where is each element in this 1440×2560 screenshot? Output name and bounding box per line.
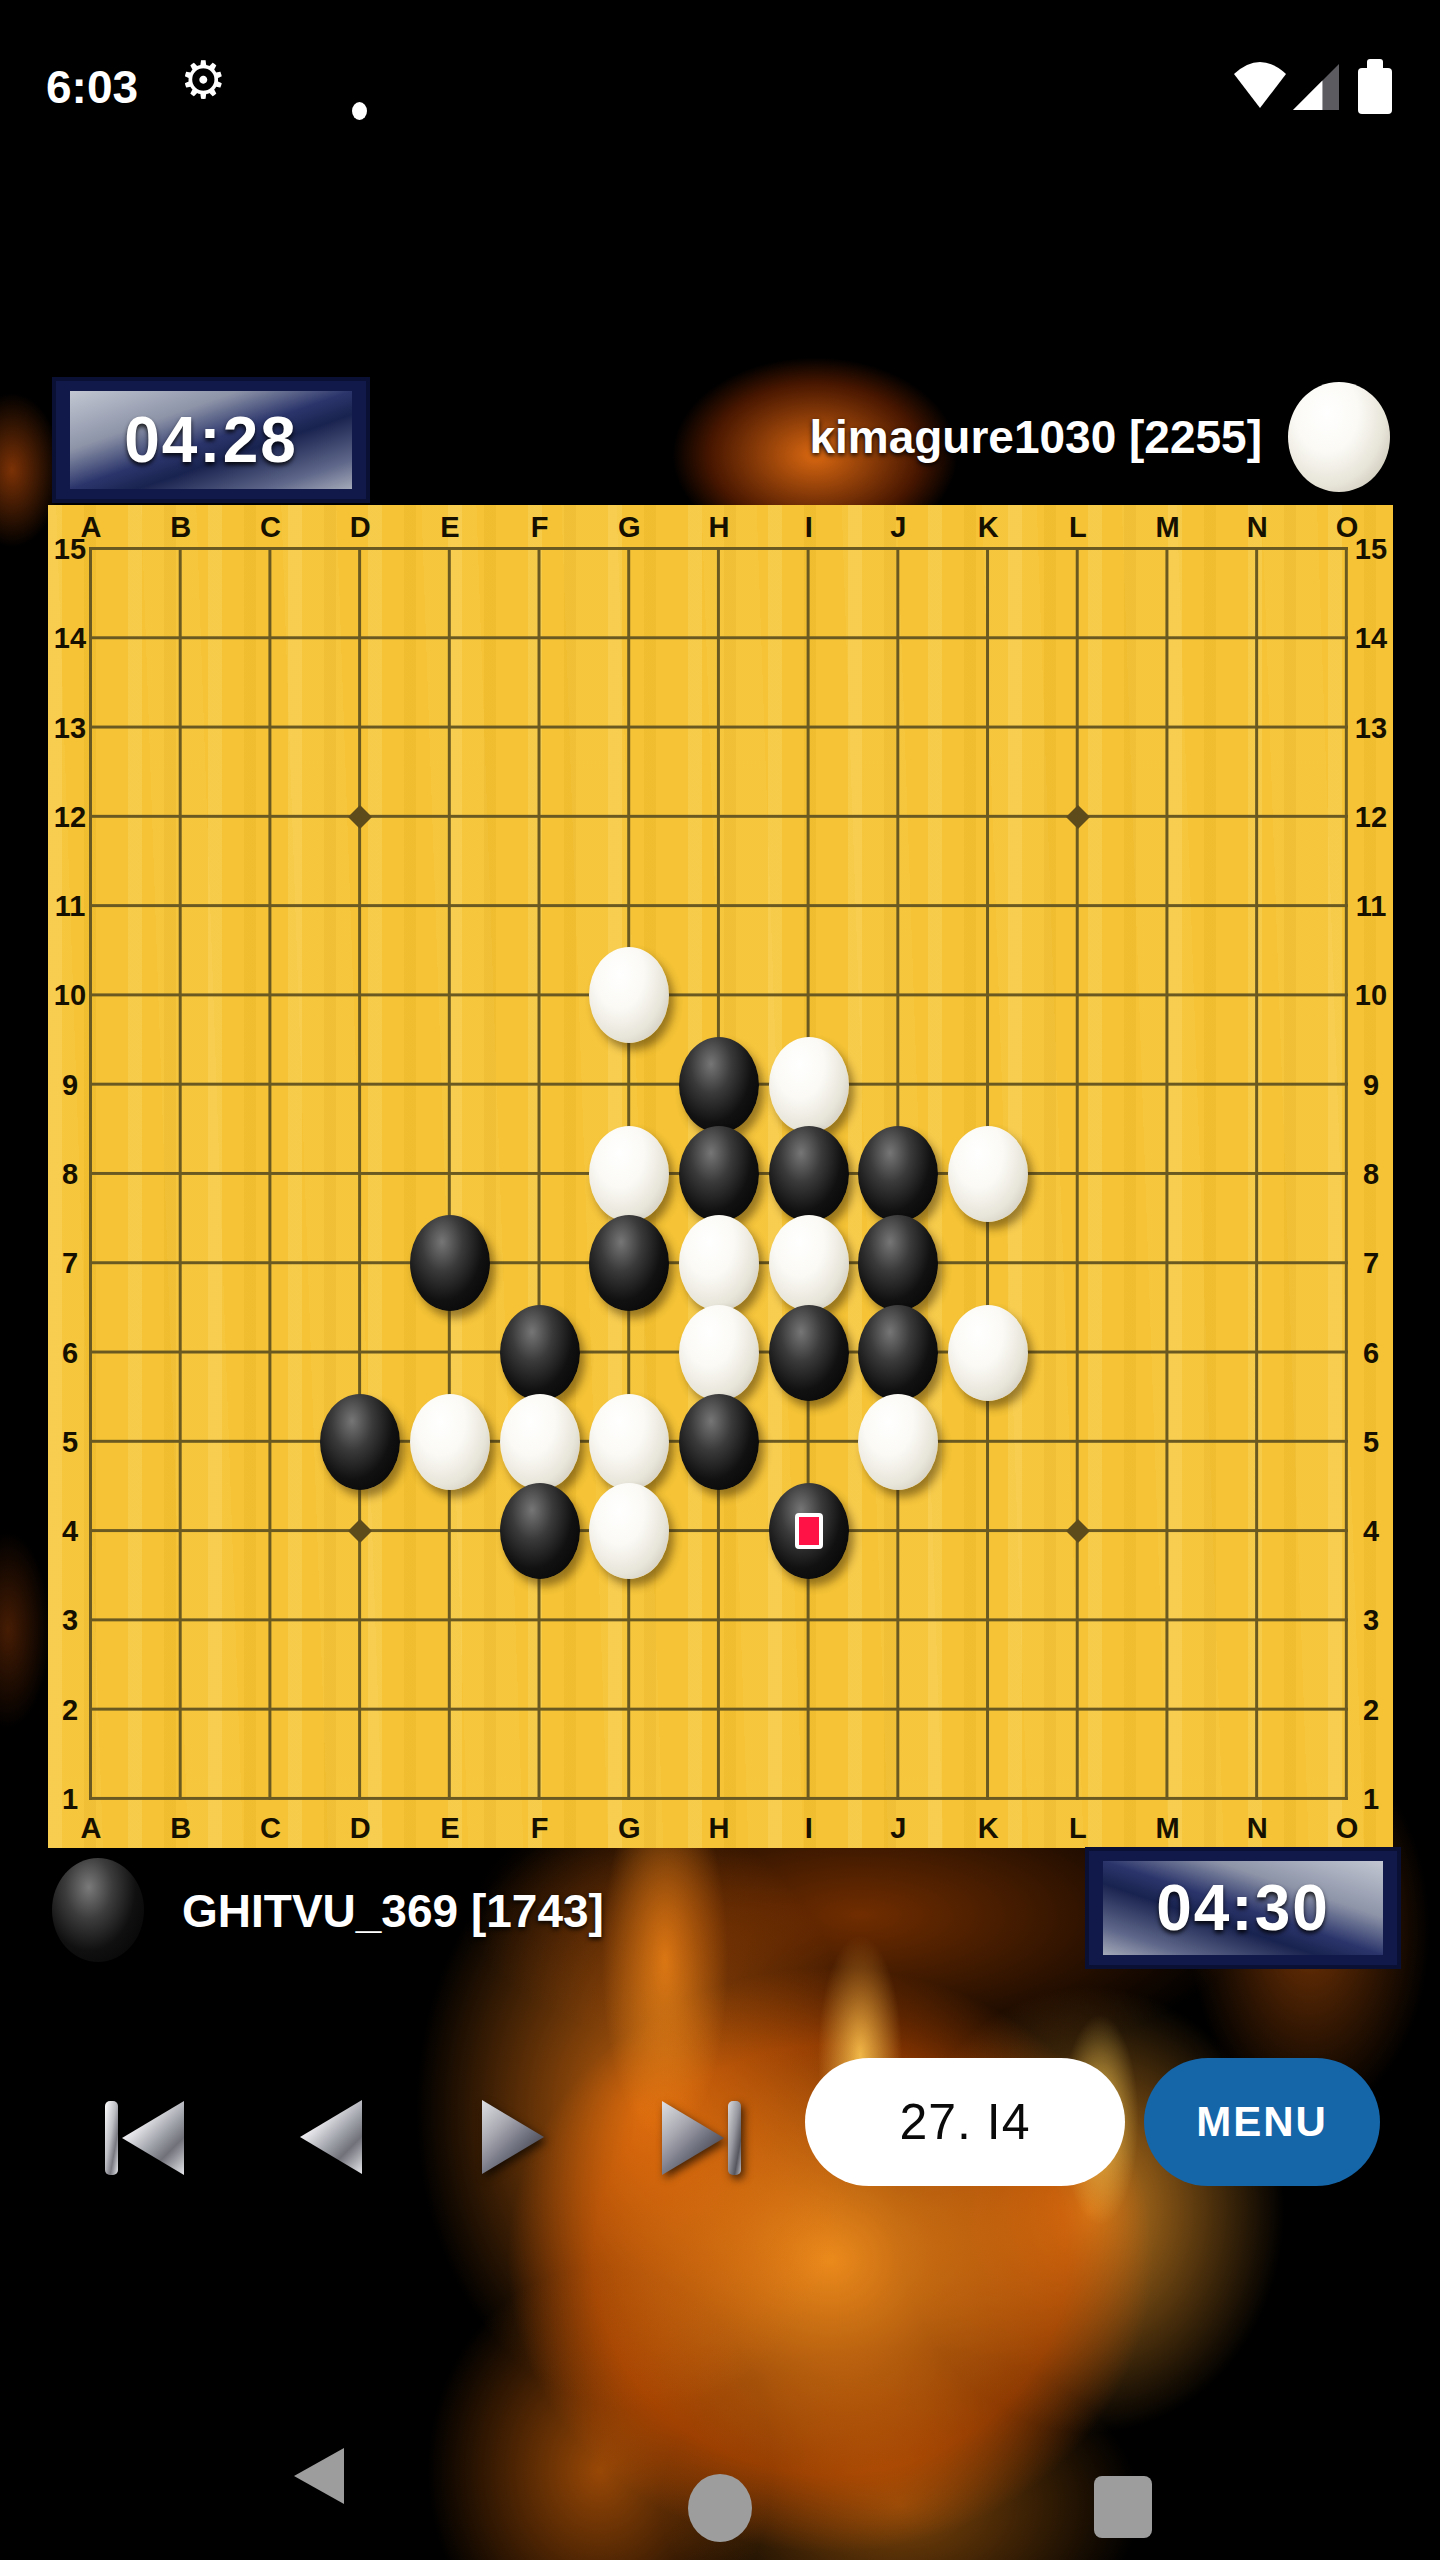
col-label-bottom-B: B [170,1812,191,1845]
col-label-bottom-N: N [1247,1812,1268,1845]
col-label-top-E: E [440,511,459,544]
white-stone-G4 [589,1483,669,1579]
wifi-icon [1231,58,1289,114]
col-label-top-L: L [1069,511,1087,544]
col-label-bottom-L: L [1069,1812,1087,1845]
row-label-left-13: 13 [54,711,86,744]
row-label-right-12: 12 [1355,800,1387,833]
white-stone-F5 [500,1394,580,1490]
status-time: 6:03 [46,60,138,114]
col-label-top-J: J [890,511,906,544]
black-stone-I6 [769,1305,849,1401]
first-move-button[interactable] [105,2100,184,2176]
col-label-top-H: H [709,511,730,544]
black-stone-H5 [679,1394,759,1490]
col-label-bottom-A: A [81,1812,102,1845]
notification-dot [352,102,367,120]
row-label-right-8: 8 [1363,1158,1379,1191]
white-stone-I7 [769,1215,849,1311]
black-stone-F6 [500,1305,580,1401]
row-label-left-2: 2 [62,1693,78,1726]
col-label-bottom-J: J [890,1812,906,1845]
col-label-top-I: I [805,511,813,544]
black-stone-I4 [769,1483,849,1579]
row-label-left-4: 4 [62,1515,78,1548]
battery-icon [1358,68,1392,114]
col-label-bottom-E: E [440,1812,459,1845]
row-label-left-14: 14 [54,622,86,655]
row-label-right-1: 1 [1363,1783,1379,1816]
white-stone-G10 [589,947,669,1043]
col-label-top-F: F [531,511,549,544]
white-stone-E5 [410,1394,490,1490]
black-stone-I8 [769,1126,849,1222]
next-move-icon [482,2100,544,2174]
black-player-name: GHITVU_369 [1743] [182,1884,604,1938]
white-player-name: kimagure1030 [2255] [809,410,1262,464]
row-label-right-6: 6 [1363,1336,1379,1369]
last-move-icon [662,2101,724,2175]
first-move-icon [105,2101,118,2175]
row-label-left-5: 5 [62,1425,78,1458]
row-label-left-9: 9 [62,1068,78,1101]
col-label-bottom-M: M [1155,1812,1179,1845]
white-stone-H7 [679,1215,759,1311]
last-move-marker [795,1513,823,1549]
gomoku-board[interactable]: AABBCCDDEEFFGGHHIIJJKKLLMMNNOO1515141413… [48,505,1393,1848]
black-stone-G7 [589,1215,669,1311]
row-label-right-7: 7 [1363,1247,1379,1280]
row-label-left-1: 1 [62,1783,78,1816]
row-label-left-11: 11 [55,890,86,923]
white-stone-H6 [679,1305,759,1401]
col-label-bottom-O: O [1336,1812,1359,1845]
app-screen: 6:03 ⚙ 04:28 kimagure1030 [2255] AABBCCD… [0,0,1440,2560]
move-indicator: 27. I4 [805,2058,1125,2186]
white-stone-J5 [858,1394,938,1490]
col-label-bottom-G: G [618,1812,641,1845]
col-label-bottom-K: K [978,1812,999,1845]
white-stone-avatar [1288,382,1390,492]
black-stone-J8 [858,1126,938,1222]
row-label-left-7: 7 [62,1247,78,1280]
black-player-clock: 04:30 [1085,1847,1401,1969]
col-label-top-G: G [618,511,641,544]
black-stone-F4 [500,1483,580,1579]
col-label-bottom-H: H [709,1812,730,1845]
white-stone-K6 [948,1305,1028,1401]
row-label-right-11: 11 [1356,890,1387,923]
back-icon[interactable] [294,2448,344,2504]
white-stone-G5 [589,1394,669,1490]
row-label-left-15: 15 [54,533,86,566]
row-label-right-4: 4 [1363,1515,1379,1548]
last-move-icon [728,2101,741,2175]
black-stone-D5 [320,1394,400,1490]
last-move-button[interactable] [662,2100,741,2176]
white-stone-I9 [769,1037,849,1133]
col-label-top-K: K [978,511,999,544]
black-stone-avatar [52,1858,144,1962]
menu-button[interactable]: MENU [1144,2058,1380,2186]
col-label-top-N: N [1247,511,1268,544]
row-label-right-13: 13 [1355,711,1387,744]
white-player-clock: 04:28 [52,377,370,503]
black-stone-H9 [679,1037,759,1133]
col-label-top-C: C [260,511,281,544]
col-label-bottom-I: I [805,1812,813,1845]
row-label-right-5: 5 [1363,1425,1379,1458]
black-stone-J7 [858,1215,938,1311]
col-label-top-B: B [170,511,191,544]
home-icon[interactable] [688,2474,752,2542]
signal-icon [1293,64,1339,110]
white-stone-G8 [589,1126,669,1222]
col-label-bottom-F: F [531,1812,549,1845]
black-stone-E7 [410,1215,490,1311]
row-label-left-10: 10 [54,979,86,1012]
row-label-right-15: 15 [1355,533,1387,566]
row-label-left-8: 8 [62,1158,78,1191]
row-label-right-9: 9 [1363,1068,1379,1101]
col-label-bottom-C: C [260,1812,281,1845]
col-label-top-D: D [350,511,371,544]
white-stone-K8 [948,1126,1028,1222]
row-label-right-14: 14 [1355,622,1387,655]
black-stone-J6 [858,1305,938,1401]
row-label-right-10: 10 [1355,979,1387,1012]
col-label-top-M: M [1155,511,1179,544]
row-label-left-6: 6 [62,1336,78,1369]
gear-icon: ⚙ [180,54,227,106]
col-label-bottom-D: D [350,1812,371,1845]
first-move-icon [122,2101,184,2175]
row-label-right-3: 3 [1363,1604,1379,1637]
recents-icon[interactable] [1094,2476,1152,2538]
previous-move-icon [300,2100,362,2174]
row-label-left-3: 3 [62,1604,78,1637]
previous-move-button[interactable] [300,2100,362,2176]
black-stone-H8 [679,1126,759,1222]
row-label-right-2: 2 [1363,1693,1379,1726]
row-label-left-12: 12 [54,800,86,833]
next-move-button[interactable] [482,2100,544,2176]
